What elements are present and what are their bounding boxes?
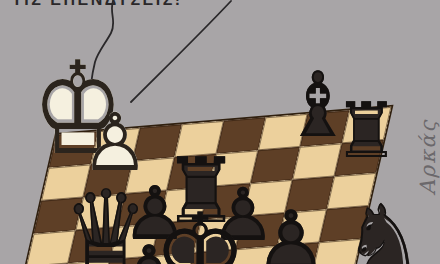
speech-tails [0, 0, 440, 264]
tail-to-king [91, 1, 113, 84]
tail-to-pawn [131, 1, 231, 102]
cartoon-scene: ΤΙΣ ΕΠΕΝΔΥΣΕΙΣ! ♚♔♟♙♝♗♜♖♜♖♟♙♟♙♛♕♚♔♟♙♟♙♞♘… [0, 0, 440, 264]
artist-signature: Αρκάς [416, 119, 440, 196]
